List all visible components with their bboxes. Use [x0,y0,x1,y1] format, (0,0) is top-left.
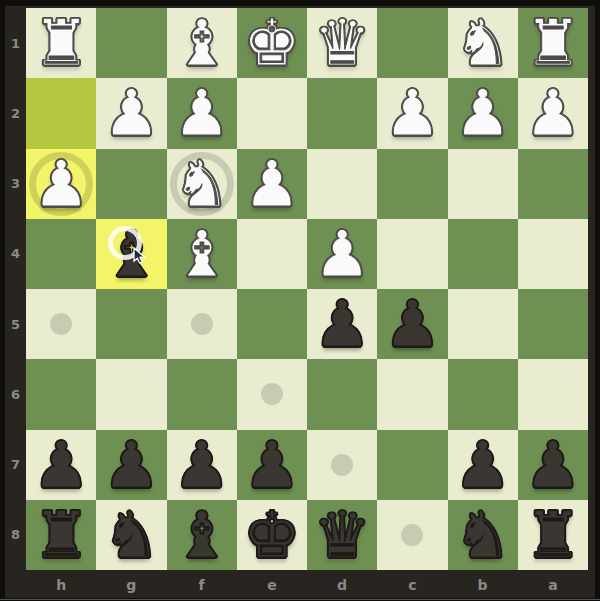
square-b1[interactable]: ♞ [448,8,518,78]
file-label-g: g [96,572,166,598]
chess-app-window: 12345678 hgfedcba ♜♝♚♛♞♜♟♟♟♟♟♟♞♟♝♝♟♟♟♟♟♟… [0,0,600,601]
square-e4[interactable] [237,219,307,289]
square-c2[interactable]: ♟ [377,78,447,148]
square-b5[interactable] [448,289,518,359]
square-d3[interactable] [307,149,377,219]
file-coordinates: hgfedcba [26,572,588,598]
black-pawn-h7[interactable]: ♟ [26,430,96,500]
square-e3[interactable]: ♟ [237,149,307,219]
square-d6[interactable] [307,359,377,429]
square-h3[interactable]: ♟ [26,149,96,219]
black-pawn-a7[interactable]: ♟ [518,430,588,500]
black-bishop-f8[interactable]: ♝ [167,500,237,570]
square-d7[interactable] [307,430,377,500]
white-rook-a1[interactable]: ♜ [518,8,588,78]
black-pawn-d5[interactable]: ♟ [307,289,377,359]
square-g4[interactable]: ♝ [96,219,166,289]
square-e6[interactable] [237,359,307,429]
legal-move-dot-e6[interactable] [261,383,283,405]
square-c8[interactable] [377,500,447,570]
square-a6[interactable] [518,359,588,429]
rank-label-6: 6 [5,359,26,429]
square-c6[interactable] [377,359,447,429]
square-c3[interactable] [377,149,447,219]
black-king-e8[interactable]: ♚ [237,500,307,570]
square-f6[interactable] [167,359,237,429]
square-e8[interactable]: ♚ [237,500,307,570]
square-e5[interactable] [237,289,307,359]
black-pawn-b7[interactable]: ♟ [448,430,518,500]
square-g7[interactable]: ♟ [96,430,166,500]
black-knight-b8[interactable]: ♞ [448,500,518,570]
black-pawn-g7[interactable]: ♟ [96,430,166,500]
square-a3[interactable] [518,149,588,219]
white-pawn-d4[interactable]: ♟ [307,219,377,289]
square-g5[interactable] [96,289,166,359]
white-bishop-f1[interactable]: ♝ [167,8,237,78]
square-c4[interactable] [377,219,447,289]
square-h4[interactable] [26,219,96,289]
white-bishop-f4[interactable]: ♝ [167,219,237,289]
square-a5[interactable] [518,289,588,359]
white-knight-b1[interactable]: ♞ [448,8,518,78]
rank-coordinates: 12345678 [5,8,26,570]
square-b2[interactable]: ♟ [448,78,518,148]
square-c1[interactable] [377,8,447,78]
file-label-h: h [26,572,96,598]
rank-label-2: 2 [5,78,26,148]
square-g2[interactable]: ♟ [96,78,166,148]
square-g6[interactable] [96,359,166,429]
square-f3[interactable]: ♞ [167,149,237,219]
file-label-a: a [518,572,588,598]
white-knight-f3[interactable]: ♞ [167,149,237,219]
square-d1[interactable]: ♛ [307,8,377,78]
square-g3[interactable] [96,149,166,219]
square-a8[interactable]: ♜ [518,500,588,570]
square-f2[interactable]: ♟ [167,78,237,148]
mouse-cursor-icon [132,247,148,265]
square-a4[interactable] [518,219,588,289]
square-d5[interactable]: ♟ [307,289,377,359]
square-h6[interactable] [26,359,96,429]
rank-label-7: 7 [5,430,26,500]
white-pawn-b2[interactable]: ♟ [448,78,518,148]
rank-label-4: 4 [5,219,26,289]
square-c7[interactable] [377,430,447,500]
file-label-e: e [237,572,307,598]
file-label-c: c [377,572,447,598]
white-rook-h1[interactable]: ♜ [26,8,96,78]
white-pawn-g2[interactable]: ♟ [96,78,166,148]
square-d4[interactable]: ♟ [307,219,377,289]
black-pawn-f7[interactable]: ♟ [167,430,237,500]
file-label-b: b [448,572,518,598]
white-pawn-f2[interactable]: ♟ [167,78,237,148]
square-b8[interactable]: ♞ [448,500,518,570]
file-label-d: d [307,572,377,598]
square-e1[interactable]: ♚ [237,8,307,78]
rank-label-5: 5 [5,289,26,359]
square-f5[interactable] [167,289,237,359]
square-d8[interactable]: ♛ [307,500,377,570]
square-h7[interactable]: ♟ [26,430,96,500]
file-label-f: f [167,572,237,598]
rank-label-1: 1 [5,8,26,78]
black-rook-h8[interactable]: ♜ [26,500,96,570]
window-bottom-edge [0,599,600,600]
square-a2[interactable]: ♟ [518,78,588,148]
legal-move-dot-f5[interactable] [191,313,213,335]
square-f1[interactable]: ♝ [167,8,237,78]
black-rook-a8[interactable]: ♜ [518,500,588,570]
square-h5[interactable] [26,289,96,359]
black-knight-g8[interactable]: ♞ [96,500,166,570]
legal-move-dot-h5[interactable] [50,313,72,335]
square-d2[interactable] [307,78,377,148]
white-pawn-e3[interactable]: ♟ [237,149,307,219]
black-pawn-c5[interactable]: ♟ [377,289,447,359]
rank-label-8: 8 [5,500,26,570]
square-h1[interactable]: ♜ [26,8,96,78]
square-g1[interactable] [96,8,166,78]
square-b4[interactable] [448,219,518,289]
white-pawn-h3[interactable]: ♟ [26,149,96,219]
square-f4[interactable]: ♝ [167,219,237,289]
chess-board: ♜♝♚♛♞♜♟♟♟♟♟♟♞♟♝♝♟♟♟♟♟♟♟♟♟♜♞♝♚♛♞♜ [26,8,588,570]
white-pawn-c2[interactable]: ♟ [377,78,447,148]
square-f7[interactable]: ♟ [167,430,237,500]
white-queen-d1[interactable]: ♛ [307,8,377,78]
black-pawn-e7[interactable]: ♟ [237,430,307,500]
rank-label-3: 3 [5,149,26,219]
square-b3[interactable] [448,149,518,219]
square-h2[interactable] [26,78,96,148]
square-h8[interactable]: ♜ [26,500,96,570]
square-g8[interactable]: ♞ [96,500,166,570]
square-e7[interactable]: ♟ [237,430,307,500]
white-king-e1[interactable]: ♚ [237,8,307,78]
black-queen-d8[interactable]: ♛ [307,500,377,570]
square-b7[interactable]: ♟ [448,430,518,500]
square-c5[interactable]: ♟ [377,289,447,359]
legal-move-dot-d7[interactable] [331,454,353,476]
legal-move-dot-c8[interactable] [401,524,423,546]
square-b6[interactable] [448,359,518,429]
square-e2[interactable] [237,78,307,148]
square-a1[interactable]: ♜ [518,8,588,78]
white-pawn-a2[interactable]: ♟ [518,78,588,148]
square-a7[interactable]: ♟ [518,430,588,500]
square-f8[interactable]: ♝ [167,500,237,570]
